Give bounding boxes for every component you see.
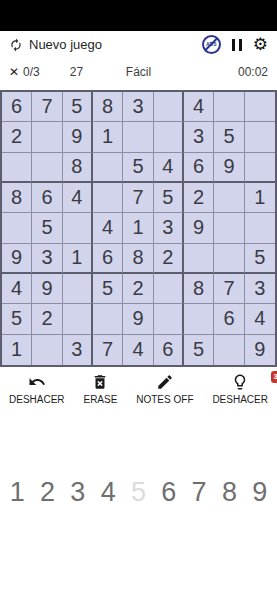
erase-label: ERASE <box>83 394 117 405</box>
cell-r2c4[interactable]: 1 <box>93 122 123 152</box>
cell-r4c1[interactable]: 8 <box>2 183 32 213</box>
cell-r6c3[interactable]: 1 <box>63 244 93 274</box>
cell-r8c3[interactable] <box>63 304 93 334</box>
cell-r9c3[interactable]: 3 <box>63 335 93 365</box>
cell-r8c1[interactable]: 5 <box>2 304 32 334</box>
cell-r8c4[interactable] <box>93 304 123 334</box>
cell-r5c5[interactable]: 1 <box>123 213 153 243</box>
cell-r5c7[interactable]: 9 <box>184 213 214 243</box>
erase-button[interactable]: ERASE <box>83 373 117 405</box>
cell-r1c5[interactable]: 3 <box>123 92 153 122</box>
cell-r2c7[interactable]: 3 <box>184 122 214 152</box>
cell-r2c8[interactable]: 5 <box>214 122 244 152</box>
timer: 00:02 <box>238 65 268 79</box>
cell-r4c7[interactable]: 2 <box>184 183 214 213</box>
cell-r2c2[interactable] <box>32 122 62 152</box>
cell-r3c4[interactable] <box>93 153 123 183</box>
cell-r6c1[interactable]: 9 <box>2 244 32 274</box>
cell-r1c2[interactable]: 7 <box>32 92 62 122</box>
mistakes-counter: ✕ 0/3 <box>9 65 40 79</box>
number-pad: 123456789 <box>0 477 277 508</box>
cell-r1c8[interactable] <box>214 92 244 122</box>
cell-r5c1[interactable] <box>2 213 32 243</box>
no-ads-label: ADS <box>206 42 217 47</box>
cell-r1c9[interactable] <box>245 92 275 122</box>
cell-r3c1[interactable] <box>2 153 32 183</box>
stats-row: ✕ 0/3 27 Fácil 00:02 <box>0 58 277 85</box>
cell-r9c5[interactable]: 4 <box>123 335 153 365</box>
cell-r6c7[interactable] <box>184 244 214 274</box>
cell-r4c9[interactable]: 1 <box>245 183 275 213</box>
cell-r4c4[interactable] <box>93 183 123 213</box>
cell-r5c3[interactable] <box>63 213 93 243</box>
cell-r6c9[interactable]: 5 <box>245 244 275 274</box>
numpad-1[interactable]: 1 <box>2 477 32 508</box>
cell-r3c3[interactable]: 8 <box>63 153 93 183</box>
cell-r8c7[interactable] <box>184 304 214 334</box>
hint-button[interactable]: 3 DESHACER <box>212 373 268 405</box>
toolbar: DESHACER ERASE NOTES OFF 3 DESHACER <box>0 367 277 405</box>
cell-r8c9[interactable]: 4 <box>245 304 275 334</box>
cell-r7c2[interactable]: 9 <box>32 274 62 304</box>
notes-label: NOTES OFF <box>136 394 193 405</box>
new-game-refresh-icon[interactable] <box>9 38 23 52</box>
cell-r5c8[interactable] <box>214 213 244 243</box>
app-bar: Nuevo juego ADS ⚙ <box>0 31 277 58</box>
cell-r3c8[interactable]: 9 <box>214 153 244 183</box>
cell-r1c7[interactable]: 4 <box>184 92 214 122</box>
pencil-icon <box>156 373 174 391</box>
cell-r4c5[interactable]: 7 <box>123 183 153 213</box>
cell-r8c5[interactable]: 9 <box>123 304 153 334</box>
cell-r4c2[interactable]: 6 <box>32 183 62 213</box>
cell-r9c9[interactable]: 9 <box>245 335 275 365</box>
numpad-3[interactable]: 3 <box>63 477 93 508</box>
cell-r7c1[interactable]: 4 <box>2 274 32 304</box>
cell-r9c1[interactable]: 1 <box>2 335 32 365</box>
cell-r4c6[interactable]: 5 <box>154 183 184 213</box>
cell-r5c6[interactable]: 3 <box>154 213 184 243</box>
cell-r3c5[interactable]: 5 <box>123 153 153 183</box>
cell-r2c1[interactable]: 2 <box>2 122 32 152</box>
cell-r3c9[interactable] <box>245 153 275 183</box>
cell-r9c8[interactable] <box>214 335 244 365</box>
cell-r7c5[interactable]: 2 <box>123 274 153 304</box>
cell-r5c4[interactable]: 4 <box>93 213 123 243</box>
cell-r6c4[interactable]: 6 <box>93 244 123 274</box>
numpad-7[interactable]: 7 <box>184 477 214 508</box>
cell-r6c5[interactable]: 8 <box>123 244 153 274</box>
empty-cells-count: 27 <box>70 65 83 79</box>
status-bar <box>0 0 277 31</box>
cell-r6c8[interactable] <box>214 244 244 274</box>
cell-r1c6[interactable] <box>154 92 184 122</box>
app-bar-actions: ADS ⚙ <box>202 35 268 54</box>
cell-r2c9[interactable] <box>245 122 275 152</box>
undo-button[interactable]: DESHACER <box>9 373 65 405</box>
pause-icon[interactable] <box>232 39 242 51</box>
undo-icon <box>28 373 46 391</box>
cell-r6c2[interactable]: 3 <box>32 244 62 274</box>
cell-r9c6[interactable]: 6 <box>154 335 184 365</box>
numpad-6[interactable]: 6 <box>154 477 184 508</box>
cell-r9c4[interactable]: 7 <box>93 335 123 365</box>
cell-r1c1[interactable]: 6 <box>2 92 32 122</box>
hint-badge: 3 <box>271 371 277 383</box>
cell-r3c7[interactable]: 6 <box>184 153 214 183</box>
cell-r3c2[interactable] <box>32 153 62 183</box>
cell-r7c6[interactable] <box>154 274 184 304</box>
cell-r3c6[interactable]: 4 <box>154 153 184 183</box>
cell-r2c5[interactable] <box>123 122 153 152</box>
cell-r5c2[interactable]: 5 <box>32 213 62 243</box>
lightbulb-icon <box>231 373 249 391</box>
cell-r5c9[interactable] <box>245 213 275 243</box>
cell-r1c4[interactable]: 8 <box>93 92 123 122</box>
mistakes-value: 0/3 <box>23 65 40 79</box>
cell-r8c6[interactable] <box>154 304 184 334</box>
cell-r4c8[interactable] <box>214 183 244 213</box>
cell-r2c3[interactable]: 9 <box>63 122 93 152</box>
mistakes-x-icon: ✕ <box>9 65 19 79</box>
notes-button[interactable]: NOTES OFF <box>136 373 193 405</box>
cell-r7c9[interactable]: 3 <box>245 274 275 304</box>
cell-r4c3[interactable]: 4 <box>63 183 93 213</box>
gear-icon[interactable]: ⚙ <box>253 36 268 53</box>
cell-r9c2[interactable] <box>32 335 62 365</box>
cell-r2c6[interactable] <box>154 122 184 152</box>
cell-r6c6[interactable]: 2 <box>154 244 184 274</box>
numpad-4[interactable]: 4 <box>93 477 123 508</box>
cell-r8c8[interactable]: 6 <box>214 304 244 334</box>
cell-r7c4[interactable]: 5 <box>93 274 123 304</box>
new-game-title[interactable]: Nuevo juego <box>29 37 102 52</box>
numpad-8[interactable]: 8 <box>214 477 244 508</box>
sudoku-board: 6758342913585469864752154139931682549528… <box>0 90 277 367</box>
cell-r7c7[interactable]: 8 <box>184 274 214 304</box>
undo-label: DESHACER <box>9 394 65 405</box>
numpad-2[interactable]: 2 <box>32 477 62 508</box>
cell-r8c2[interactable]: 2 <box>32 304 62 334</box>
trash-erase-icon <box>91 373 109 391</box>
cell-r9c7[interactable]: 5 <box>184 335 214 365</box>
numpad-5[interactable]: 5 <box>123 477 153 508</box>
no-ads-icon[interactable]: ADS <box>202 35 221 54</box>
numpad-9[interactable]: 9 <box>245 477 275 508</box>
hint-label: DESHACER <box>212 394 268 405</box>
cell-r7c8[interactable]: 7 <box>214 274 244 304</box>
cell-r1c3[interactable]: 5 <box>63 92 93 122</box>
difficulty-label: Fácil <box>126 65 151 79</box>
cell-r7c3[interactable] <box>63 274 93 304</box>
